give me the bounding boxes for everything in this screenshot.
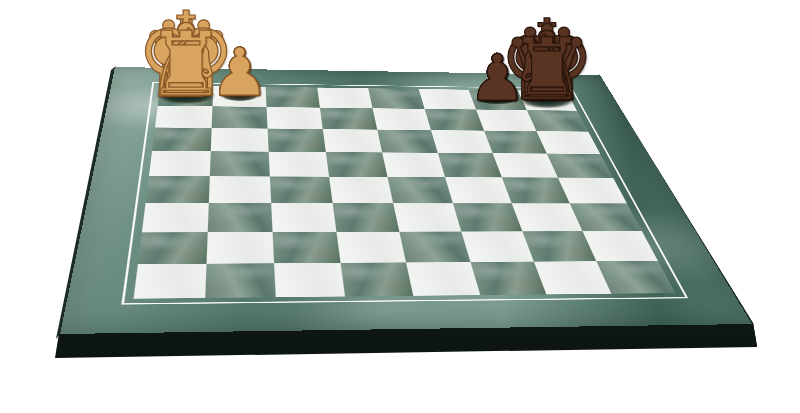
square-b4[interactable]: [320, 108, 377, 130]
square-e6[interactable]: [445, 177, 512, 203]
square-d4[interactable]: [326, 152, 388, 177]
square-d6[interactable]: [438, 153, 502, 178]
square-e8[interactable]: [558, 178, 627, 204]
square-e3[interactable]: [270, 176, 333, 203]
square-f4[interactable]: [333, 203, 400, 232]
square-f3[interactable]: [271, 203, 336, 232]
square-e1[interactable]: [146, 176, 210, 203]
square-a3[interactable]: [266, 87, 320, 108]
square-d1[interactable]: [149, 151, 211, 176]
photo-scene: ♜♞♝♚♛♝♞♜♟♟♟♟♟♟♟♟♟♟♟♟♟♟♟♟♜♞♝♛♚♝♞♜: [0, 0, 800, 413]
square-h5[interactable]: [406, 262, 480, 296]
square-f1[interactable]: [142, 203, 209, 232]
square-e2[interactable]: [209, 176, 271, 203]
square-h1[interactable]: [134, 264, 207, 299]
square-c3[interactable]: [268, 129, 326, 152]
square-c5[interactable]: [377, 130, 438, 153]
square-f6[interactable]: [453, 203, 522, 231]
square-g3[interactable]: [273, 232, 341, 263]
square-c2[interactable]: [211, 128, 269, 152]
square-c1[interactable]: [152, 127, 212, 151]
square-g1[interactable]: [138, 232, 208, 264]
square-a6[interactable]: [419, 89, 476, 110]
square-g8[interactable]: [583, 231, 658, 261]
square-g4[interactable]: [336, 232, 406, 263]
square-a4[interactable]: [317, 88, 372, 109]
square-b5[interactable]: [373, 108, 431, 130]
square-h4[interactable]: [341, 262, 414, 296]
square-h8[interactable]: [596, 261, 675, 294]
square-d2[interactable]: [210, 151, 270, 176]
square-g2[interactable]: [207, 232, 275, 264]
square-d8[interactable]: [547, 154, 613, 178]
square-a5[interactable]: [368, 88, 424, 109]
square-e5[interactable]: [387, 177, 452, 203]
piece-black-pawn-a7[interactable]: ♟: [469, 45, 526, 109]
square-h2[interactable]: [205, 263, 275, 298]
square-f8[interactable]: [570, 203, 642, 231]
piece-white-rook-a1[interactable]: ♜: [146, 20, 226, 109]
square-g6[interactable]: [461, 231, 534, 262]
square-d3[interactable]: [269, 152, 329, 177]
square-b3[interactable]: [267, 107, 323, 129]
square-h3[interactable]: [274, 263, 345, 297]
square-c4[interactable]: [323, 129, 382, 152]
square-e4[interactable]: [329, 177, 393, 204]
square-c8[interactable]: [536, 131, 600, 154]
square-f5[interactable]: [393, 203, 461, 231]
square-g5[interactable]: [399, 232, 470, 263]
square-d5[interactable]: [382, 152, 445, 177]
square-f2[interactable]: [208, 203, 273, 232]
square-c6[interactable]: [431, 130, 493, 153]
